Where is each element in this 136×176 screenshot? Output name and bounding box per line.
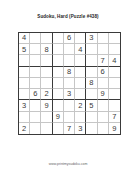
cell-r3c8: 7 bbox=[98, 55, 109, 66]
cell-r1c6 bbox=[75, 33, 86, 44]
cell-r2c4 bbox=[53, 44, 64, 55]
cell-r9c8 bbox=[98, 123, 109, 134]
cell-r8c3 bbox=[41, 112, 52, 123]
cell-r5c5 bbox=[64, 78, 75, 89]
cell-r7c1: 3 bbox=[19, 100, 30, 111]
cell-r2c8 bbox=[98, 44, 109, 55]
cell-r6c3: 2 bbox=[41, 89, 52, 100]
cell-r6c8: 9 bbox=[98, 89, 109, 100]
cell-r3c1 bbox=[19, 55, 30, 66]
footer-url: www.printmysudoku.com bbox=[0, 162, 136, 166]
cell-r3c6 bbox=[75, 55, 86, 66]
cell-r4c8: 6 bbox=[98, 67, 109, 78]
cell-r6c5: 3 bbox=[64, 89, 75, 100]
cell-r7c3: 9 bbox=[41, 100, 52, 111]
cell-r4c6 bbox=[75, 67, 86, 78]
cell-r5c9 bbox=[109, 78, 120, 89]
cell-r8c9: 7 bbox=[109, 112, 120, 123]
cell-r4c3 bbox=[41, 67, 52, 78]
sudoku-board: 4635847486862393925972739 bbox=[18, 32, 121, 135]
cell-r7c8 bbox=[98, 100, 109, 111]
cell-r9c4 bbox=[53, 123, 64, 134]
cell-r6c2: 6 bbox=[30, 89, 41, 100]
cell-r7c9 bbox=[109, 100, 120, 111]
cell-r5c7: 8 bbox=[86, 78, 97, 89]
cell-r3c7 bbox=[86, 55, 97, 66]
cell-r6c6 bbox=[75, 89, 86, 100]
cell-r3c5 bbox=[64, 55, 75, 66]
cell-r4c9 bbox=[109, 67, 120, 78]
cell-r1c8 bbox=[98, 33, 109, 44]
cell-r6c1 bbox=[19, 89, 30, 100]
sudoku-page: Sudoku, Hard (Puzzle #438) 4635847486862… bbox=[0, 0, 136, 176]
cell-r9c5: 7 bbox=[64, 123, 75, 134]
cell-r8c2 bbox=[30, 112, 41, 123]
cell-r2c3: 8 bbox=[41, 44, 52, 55]
cell-r1c5: 6 bbox=[64, 33, 75, 44]
cell-r2c5 bbox=[64, 44, 75, 55]
cell-r6c7 bbox=[86, 89, 97, 100]
cell-r5c2 bbox=[30, 78, 41, 89]
cell-r5c1 bbox=[19, 78, 30, 89]
cell-r3c2 bbox=[30, 55, 41, 66]
cell-r5c6 bbox=[75, 78, 86, 89]
cell-r1c1: 4 bbox=[19, 33, 30, 44]
cell-r7c5 bbox=[64, 100, 75, 111]
cell-r9c7 bbox=[86, 123, 97, 134]
cell-r3c9: 4 bbox=[109, 55, 120, 66]
cell-r9c6: 3 bbox=[75, 123, 86, 134]
cell-r4c2 bbox=[30, 67, 41, 78]
cell-r8c8 bbox=[98, 112, 109, 123]
cell-r7c2 bbox=[30, 100, 41, 111]
cell-r5c3 bbox=[41, 78, 52, 89]
cell-r7c6: 2 bbox=[75, 100, 86, 111]
cell-r1c7: 3 bbox=[86, 33, 97, 44]
cell-r1c2 bbox=[30, 33, 41, 44]
cell-r8c7 bbox=[86, 112, 97, 123]
cell-r2c1: 5 bbox=[19, 44, 30, 55]
cell-r4c7 bbox=[86, 67, 97, 78]
page-title: Sudoku, Hard (Puzzle #438) bbox=[0, 14, 136, 19]
cell-r1c3 bbox=[41, 33, 52, 44]
cell-r9c9: 9 bbox=[109, 123, 120, 134]
cell-r7c4 bbox=[53, 100, 64, 111]
cell-r7c7: 5 bbox=[86, 100, 97, 111]
cell-r8c4: 9 bbox=[53, 112, 64, 123]
cell-r3c4 bbox=[53, 55, 64, 66]
cell-r2c6: 4 bbox=[75, 44, 86, 55]
cell-r5c4 bbox=[53, 78, 64, 89]
cell-r6c9 bbox=[109, 89, 120, 100]
cell-r8c5 bbox=[64, 112, 75, 123]
cell-r6c4 bbox=[53, 89, 64, 100]
cell-r9c2 bbox=[30, 123, 41, 134]
cell-r4c4 bbox=[53, 67, 64, 78]
cell-r1c4 bbox=[53, 33, 64, 44]
cell-r4c5: 8 bbox=[64, 67, 75, 78]
cell-r8c1 bbox=[19, 112, 30, 123]
cell-r2c9 bbox=[109, 44, 120, 55]
cell-r5c8 bbox=[98, 78, 109, 89]
cell-r4c1 bbox=[19, 67, 30, 78]
cell-r3c3 bbox=[41, 55, 52, 66]
cell-r2c7 bbox=[86, 44, 97, 55]
cell-r9c1: 2 bbox=[19, 123, 30, 134]
cell-r2c2 bbox=[30, 44, 41, 55]
cell-r1c9 bbox=[109, 33, 120, 44]
cell-r9c3 bbox=[41, 123, 52, 134]
cell-r8c6 bbox=[75, 112, 86, 123]
